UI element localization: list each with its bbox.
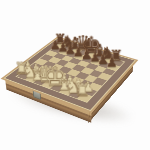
product-photo-scene: ♜♞♝♛♚♝♞♜♟♟♟♟♟♟♟♟♟♟♟♟♟♟♟♟♜♞♝♛♚♝♞♜: [0, 0, 150, 150]
board-latch: [32, 88, 40, 100]
piece-white-rook[interactable]: ♜: [75, 82, 91, 99]
piece-black-pawn[interactable]: ♟: [106, 56, 118, 69]
